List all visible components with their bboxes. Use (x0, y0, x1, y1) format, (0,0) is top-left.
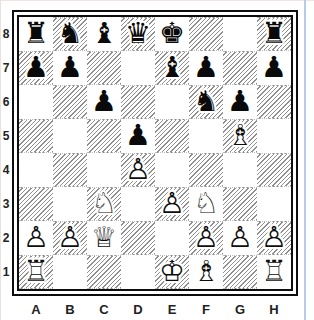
square-g4 (223, 153, 257, 187)
piece-white-pawn-f2: ♟♙ (189, 221, 223, 255)
square-e3: ♟♙ (155, 187, 189, 221)
square-g1 (223, 255, 257, 289)
square-d7 (121, 51, 155, 85)
board-frame: ♜♞♝♛♚♜♟♟♝♟♟♟♞♟♟♝♗♟♙♞♘♟♙♞♘♟♙♟♙♛♕♟♙♟♙♟♙♜♖♚… (12, 10, 298, 296)
piece-black-rook-a8: ♜ (19, 17, 53, 51)
file-label-d: D (121, 302, 155, 317)
rank-labels: 87654321 (0, 17, 12, 289)
square-h5 (257, 119, 291, 153)
square-e8: ♚ (155, 17, 189, 51)
square-c1 (87, 255, 121, 289)
piece-white-rook-a1: ♜♖ (19, 255, 53, 289)
square-c4 (87, 153, 121, 187)
piece-white-rook-h1: ♜♖ (257, 255, 291, 289)
square-e1: ♚♔ (155, 255, 189, 289)
square-a2: ♟♙ (19, 221, 53, 255)
piece-white-pawn-e3: ♟♙ (155, 187, 189, 221)
piece-white-knight-c3: ♞♘ (87, 187, 121, 221)
square-d5: ♟ (121, 119, 155, 153)
square-h6 (257, 85, 291, 119)
file-label-f: F (189, 302, 223, 317)
square-b4 (53, 153, 87, 187)
square-d2 (121, 221, 155, 255)
square-g8 (223, 17, 257, 51)
piece-black-pawn-b7: ♟ (53, 51, 87, 85)
square-b5 (53, 119, 87, 153)
square-b8: ♞ (53, 17, 87, 51)
square-d8: ♛ (121, 17, 155, 51)
piece-black-bishop-e7: ♝ (155, 51, 189, 85)
square-g5: ♝♗ (223, 119, 257, 153)
square-e2 (155, 221, 189, 255)
square-c2: ♛♕ (87, 221, 121, 255)
square-d6 (121, 85, 155, 119)
rank-label-2: 2 (0, 221, 12, 255)
square-f3: ♞♘ (189, 187, 223, 221)
piece-white-pawn-a2: ♟♙ (19, 221, 53, 255)
square-f4 (189, 153, 223, 187)
square-e4 (155, 153, 189, 187)
piece-black-king-e8: ♚ (155, 17, 189, 51)
board-inner-border: ♜♞♝♛♚♜♟♟♝♟♟♟♞♟♟♝♗♟♙♞♘♟♙♞♘♟♙♟♙♛♕♟♙♟♙♟♙♜♖♚… (17, 15, 293, 291)
square-b7: ♟ (53, 51, 87, 85)
piece-black-queen-d8: ♛ (121, 17, 155, 51)
file-label-e: E (155, 302, 189, 317)
piece-white-bishop-g5: ♝♗ (223, 119, 257, 153)
rank-label-4: 4 (0, 153, 12, 187)
piece-white-knight-f3: ♞♘ (189, 187, 223, 221)
piece-black-pawn-c6: ♟ (87, 85, 121, 119)
square-a1: ♜♖ (19, 255, 53, 289)
square-c3: ♞♘ (87, 187, 121, 221)
piece-black-pawn-h7: ♟ (257, 51, 291, 85)
piece-black-pawn-a7: ♟ (19, 51, 53, 85)
file-label-g: G (223, 302, 257, 317)
rank-label-5: 5 (0, 119, 12, 153)
square-b1 (53, 255, 87, 289)
square-h4 (257, 153, 291, 187)
square-f7: ♟ (189, 51, 223, 85)
piece-white-pawn-d4: ♟♙ (121, 153, 155, 187)
piece-white-pawn-g2: ♟♙ (223, 221, 257, 255)
square-h1: ♜♖ (257, 255, 291, 289)
square-a3 (19, 187, 53, 221)
square-h7: ♟ (257, 51, 291, 85)
square-h3 (257, 187, 291, 221)
square-c6: ♟ (87, 85, 121, 119)
file-labels: ABCDEFGH (19, 302, 291, 317)
square-a5 (19, 119, 53, 153)
square-g7 (223, 51, 257, 85)
square-c7 (87, 51, 121, 85)
square-b6 (53, 85, 87, 119)
square-e7: ♝ (155, 51, 189, 85)
square-f1: ♝♗ (189, 255, 223, 289)
piece-black-pawn-f7: ♟ (189, 51, 223, 85)
rank-label-6: 6 (0, 85, 12, 119)
square-f5 (189, 119, 223, 153)
rank-label-1: 1 (0, 255, 12, 289)
square-f6: ♞ (189, 85, 223, 119)
piece-black-knight-b8: ♞ (53, 17, 87, 51)
image-edge-top (0, 0, 314, 1)
square-a4 (19, 153, 53, 187)
square-f8 (189, 17, 223, 51)
square-b2: ♟♙ (53, 221, 87, 255)
square-e6 (155, 85, 189, 119)
square-h8: ♜ (257, 17, 291, 51)
square-g3 (223, 187, 257, 221)
piece-black-rook-h8: ♜ (257, 17, 291, 51)
square-g2: ♟♙ (223, 221, 257, 255)
piece-white-queen-c2: ♛♕ (87, 221, 121, 255)
square-f2: ♟♙ (189, 221, 223, 255)
square-a6 (19, 85, 53, 119)
piece-white-king-e1: ♚♔ (155, 255, 189, 289)
square-a8: ♜ (19, 17, 53, 51)
square-d4: ♟♙ (121, 153, 155, 187)
piece-black-pawn-g6: ♟ (223, 85, 257, 119)
square-g6: ♟ (223, 85, 257, 119)
rank-label-3: 3 (0, 187, 12, 221)
rank-label-7: 7 (0, 51, 12, 85)
square-a7: ♟ (19, 51, 53, 85)
file-label-h: H (257, 302, 291, 317)
square-d1 (121, 255, 155, 289)
file-label-b: B (53, 302, 87, 317)
piece-white-pawn-b2: ♟♙ (53, 221, 87, 255)
rank-label-8: 8 (0, 17, 12, 51)
piece-white-bishop-f1: ♝♗ (189, 255, 223, 289)
chess-diagram-image: 87654321 ♜♞♝♛♚♜♟♟♝♟♟♟♞♟♟♝♗♟♙♞♘♟♙♞♘♟♙♟♙♛♕… (0, 0, 314, 320)
square-e5 (155, 119, 189, 153)
file-label-a: A (19, 302, 53, 317)
chess-board: ♜♞♝♛♚♜♟♟♝♟♟♟♞♟♟♝♗♟♙♞♘♟♙♞♘♟♙♟♙♛♕♟♙♟♙♟♙♜♖♚… (19, 17, 291, 289)
piece-white-pawn-h2: ♟♙ (257, 221, 291, 255)
square-c5 (87, 119, 121, 153)
image-edge-right (304, 0, 306, 320)
file-label-c: C (87, 302, 121, 317)
square-c8: ♝ (87, 17, 121, 51)
piece-black-pawn-d5: ♟ (121, 119, 155, 153)
square-b3 (53, 187, 87, 221)
piece-black-knight-f6: ♞ (189, 85, 223, 119)
square-h2: ♟♙ (257, 221, 291, 255)
piece-black-bishop-c8: ♝ (87, 17, 121, 51)
square-d3 (121, 187, 155, 221)
